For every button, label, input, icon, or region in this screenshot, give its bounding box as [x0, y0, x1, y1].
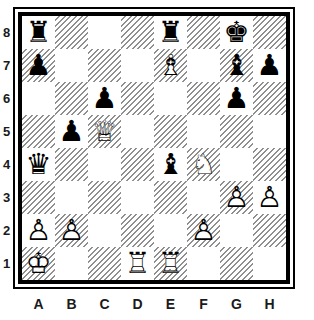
- square-b3: [55, 181, 88, 214]
- square-e6: [154, 82, 187, 115]
- square-g6: ♟: [220, 82, 253, 115]
- square-f3: [187, 181, 220, 214]
- square-f7: [187, 49, 220, 82]
- square-g2: [220, 214, 253, 247]
- piece-glyph: ♙: [224, 181, 250, 214]
- square-a8: ♜: [22, 16, 55, 49]
- square-a4: ♛: [22, 148, 55, 181]
- black-queen-a4: ♛: [22, 148, 55, 181]
- square-e3: [154, 181, 187, 214]
- square-a2: ♟♙: [22, 214, 55, 247]
- piece-glyph: ♟: [92, 82, 118, 115]
- file-label-f: F: [187, 293, 220, 315]
- square-c3: [88, 181, 121, 214]
- piece-glyph: ♟: [26, 49, 52, 82]
- black-pawn-b5: ♟: [55, 115, 88, 148]
- square-h6: [253, 82, 286, 115]
- black-king-g8: ♚: [220, 16, 253, 49]
- piece-glyph: ♟: [224, 82, 250, 115]
- piece-glyph: ♙: [59, 214, 85, 247]
- square-c7: [88, 49, 121, 82]
- black-bishop-e4: ♝: [154, 148, 187, 181]
- square-h1: [253, 247, 286, 280]
- file-label-b: B: [55, 293, 88, 315]
- square-a7: ♟: [22, 49, 55, 82]
- square-f5: [187, 115, 220, 148]
- piece-glyph: ♙: [26, 214, 52, 247]
- square-e2: [154, 214, 187, 247]
- white-pawn-b2: ♟♙: [55, 214, 88, 247]
- piece-glyph: ♙: [257, 181, 283, 214]
- square-a6: [22, 82, 55, 115]
- piece-glyph: ♔: [26, 247, 52, 280]
- square-d2: [121, 214, 154, 247]
- square-c4: [88, 148, 121, 181]
- piece-glyph: ♘: [191, 148, 217, 181]
- square-f8: [187, 16, 220, 49]
- white-rook-d1: ♜♖: [121, 247, 154, 280]
- piece-glyph: ♖: [158, 247, 184, 280]
- square-f1: [187, 247, 220, 280]
- piece-glyph: ♕: [92, 115, 118, 148]
- file-label-a: A: [22, 293, 55, 315]
- square-g7: ♝: [220, 49, 253, 82]
- square-b5: ♟: [55, 115, 88, 148]
- square-d5: [121, 115, 154, 148]
- white-rook-e1: ♜♖: [154, 247, 187, 280]
- white-king-a1: ♚♔: [22, 247, 55, 280]
- rank-label-7: 7: [0, 49, 13, 82]
- white-pawn-h3: ♟♙: [253, 181, 286, 214]
- square-d7: [121, 49, 154, 82]
- rank-label-6: 6: [0, 82, 13, 115]
- piece-glyph: ♖: [125, 247, 151, 280]
- rank-label-2: 2: [0, 214, 13, 247]
- piece-glyph: ♝: [158, 148, 184, 181]
- square-d6: [121, 82, 154, 115]
- square-d8: [121, 16, 154, 49]
- rank-label-4: 4: [0, 148, 13, 181]
- square-b2: ♟♙: [55, 214, 88, 247]
- square-e7: ♝♗: [154, 49, 187, 82]
- black-pawn-a7: ♟: [22, 49, 55, 82]
- square-h4: [253, 148, 286, 181]
- square-f6: [187, 82, 220, 115]
- white-pawn-g3: ♟♙: [220, 181, 253, 214]
- square-a5: [22, 115, 55, 148]
- chess-diagram: 87654321 ♜♜♚♟♝♗♝♟♟♟♟♛♕♛♝♞♘♟♙♟♙♟♙♟♙♟♙♚♔♜♖…: [0, 0, 314, 320]
- square-d1: ♜♖: [121, 247, 154, 280]
- square-h2: [253, 214, 286, 247]
- square-b4: [55, 148, 88, 181]
- square-e5: [154, 115, 187, 148]
- square-d4: [121, 148, 154, 181]
- square-f2: ♟♙: [187, 214, 220, 247]
- rank-label-1: 1: [0, 247, 13, 280]
- file-labels: ABCDEFGH: [22, 293, 286, 315]
- black-pawn-c6: ♟: [88, 82, 121, 115]
- file-label-d: D: [121, 293, 154, 315]
- square-h3: ♟♙: [253, 181, 286, 214]
- square-e1: ♜♖: [154, 247, 187, 280]
- white-pawn-f2: ♟♙: [187, 214, 220, 247]
- square-c8: [88, 16, 121, 49]
- square-g3: ♟♙: [220, 181, 253, 214]
- square-g4: [220, 148, 253, 181]
- rank-label-8: 8: [0, 16, 13, 49]
- square-b7: [55, 49, 88, 82]
- square-g5: [220, 115, 253, 148]
- piece-glyph: ♚: [224, 16, 250, 49]
- black-bishop-g7: ♝: [220, 49, 253, 82]
- square-h8: [253, 16, 286, 49]
- square-a1: ♚♔: [22, 247, 55, 280]
- piece-glyph: ♟: [59, 115, 85, 148]
- black-rook-a8: ♜: [22, 16, 55, 49]
- white-queen-c5: ♛♕: [88, 115, 121, 148]
- piece-glyph: ♝: [224, 49, 250, 82]
- square-g1: [220, 247, 253, 280]
- square-b6: [55, 82, 88, 115]
- white-knight-f4: ♞♘: [187, 148, 220, 181]
- piece-glyph: ♗: [158, 49, 184, 82]
- board-frame: ♜♜♚♟♝♗♝♟♟♟♟♛♕♛♝♞♘♟♙♟♙♟♙♟♙♟♙♚♔♜♖♜♖: [13, 7, 295, 289]
- piece-glyph: ♜: [26, 16, 52, 49]
- file-label-e: E: [154, 293, 187, 315]
- square-e8: ♜: [154, 16, 187, 49]
- file-label-g: G: [220, 293, 253, 315]
- square-g8: ♚: [220, 16, 253, 49]
- black-pawn-g6: ♟: [220, 82, 253, 115]
- square-h7: ♟: [253, 49, 286, 82]
- rank-label-3: 3: [0, 181, 13, 214]
- piece-glyph: ♜: [158, 16, 184, 49]
- piece-glyph: ♛: [26, 148, 52, 181]
- square-h5: [253, 115, 286, 148]
- square-b8: [55, 16, 88, 49]
- black-pawn-h7: ♟: [253, 49, 286, 82]
- black-rook-e8: ♜: [154, 16, 187, 49]
- rank-labels: 87654321: [0, 16, 13, 280]
- piece-glyph: ♟: [257, 49, 283, 82]
- square-b1: [55, 247, 88, 280]
- piece-glyph: ♙: [191, 214, 217, 247]
- square-c2: [88, 214, 121, 247]
- white-bishop-e7: ♝♗: [154, 49, 187, 82]
- chess-board: ♜♜♚♟♝♗♝♟♟♟♟♛♕♛♝♞♘♟♙♟♙♟♙♟♙♟♙♚♔♜♖♜♖: [18, 12, 290, 284]
- square-f4: ♞♘: [187, 148, 220, 181]
- white-pawn-a2: ♟♙: [22, 214, 55, 247]
- square-c1: [88, 247, 121, 280]
- square-e4: ♝: [154, 148, 187, 181]
- square-c5: ♛♕: [88, 115, 121, 148]
- file-label-h: H: [253, 293, 286, 315]
- rank-label-5: 5: [0, 115, 13, 148]
- square-d3: [121, 181, 154, 214]
- file-label-c: C: [88, 293, 121, 315]
- square-c6: ♟: [88, 82, 121, 115]
- square-a3: [22, 181, 55, 214]
